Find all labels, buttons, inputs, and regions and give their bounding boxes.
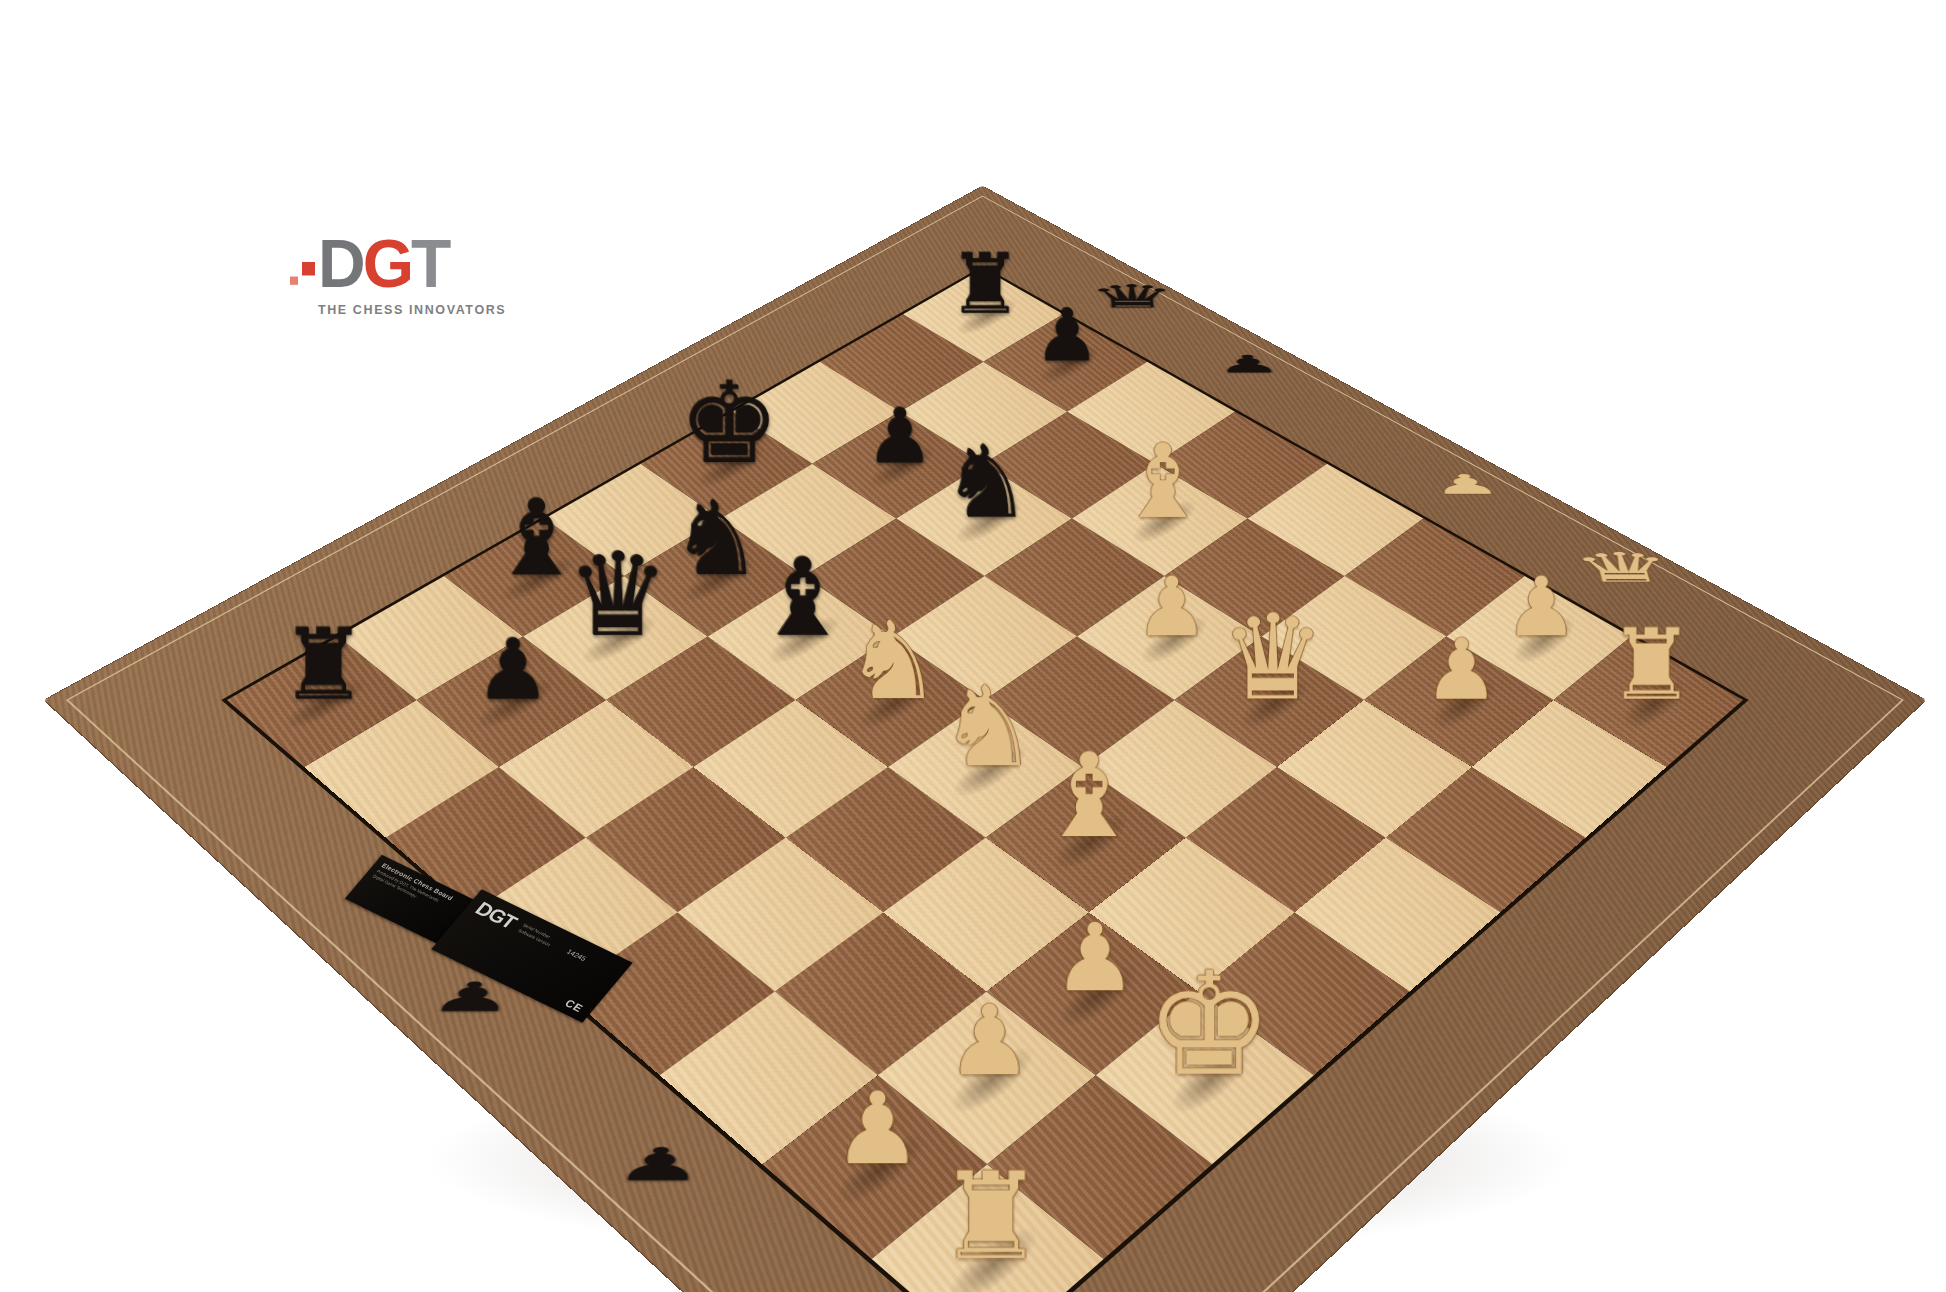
square-e2[interactable] [1186,767,1386,912]
white-pawn-b2[interactable]: ♟ [946,992,1033,1089]
white-pawn-a2[interactable]: ♟ [833,1079,922,1179]
captured-black-pawn[interactable]: ♟ [612,1142,706,1188]
square-a8[interactable]: ♜ [227,636,417,767]
square-h1[interactable]: ♜ [1554,636,1744,767]
white-rook-h1[interactable]: ♜ [1608,616,1696,714]
product-photo-page: DGT THE CHESS INNOVATORS ♜♝♚♜♟♛♞♟♟♝♞♞♝♞♟… [0,0,1946,1292]
white-pawn-f4[interactable]: ♟ [1135,566,1208,648]
white-bishop-d3[interactable]: ♝ [1037,738,1141,854]
white-pawn-c2[interactable]: ♟ [1053,911,1137,1005]
board-scene: ♜♝♚♜♟♛♞♟♟♝♞♞♝♞♟♝♛♟♟♟♟♟♜♚♜ ♛♟♟♛♟♟ [0,0,1946,1292]
white-knight-d5[interactable]: ♞ [845,607,942,715]
white-queen-f3[interactable]: ♛ [1220,598,1326,716]
board-frame: ♜♝♚♜♟♛♞♟♟♝♞♞♝♞♟♝♛♟♟♟♟♟♜♚♜ ♛♟♟♛♟♟ [45,186,1926,1292]
white-rook-a1[interactable]: ♜ [937,1156,1045,1276]
black-bishop-d6[interactable]: ♝ [755,544,851,651]
white-pawn-h2[interactable]: ♟ [1505,566,1578,648]
spare-black-queen[interactable]: ♛ [1087,280,1178,312]
square-f1[interactable] [1386,767,1586,912]
spare-white-queen[interactable]: ♛ [1567,547,1678,588]
captured-white-pawn[interactable]: ♟ [1429,471,1504,498]
black-knight-d7[interactable]: ♞ [671,488,763,591]
black-pawn-f7[interactable]: ♟ [866,398,934,474]
black-rook-a8[interactable]: ♜ [280,616,368,714]
white-king-c1[interactable]: ♚ [1145,953,1273,1096]
black-king-e8[interactable]: ♚ [679,367,780,479]
black-rook-h8[interactable]: ♜ [948,243,1022,326]
black-pawn-b7[interactable]: ♟ [476,628,551,712]
white-pawn-g2[interactable]: ♟ [1424,628,1499,712]
board-grid: ♜♝♚♜♟♛♞♟♟♝♞♞♝♞♟♝♛♟♟♟♟♟♜♚♜ [227,269,1743,1292]
black-queen-c7[interactable]: ♛ [567,537,670,652]
square-e1[interactable] [1295,838,1501,992]
white-knight-d4[interactable]: ♞ [939,672,1039,783]
ce-mark: CE [563,997,586,1014]
white-bishop-g5[interactable]: ♝ [1117,431,1209,533]
playing-area-border: ♜♝♚♜♟♛♞♟♟♝♞♞♝♞♟♝♛♟♟♟♟♟♜♚♜ [221,266,1748,1292]
plate-serial-number: 14245 [566,948,588,962]
captured-black-pawn[interactable]: ♟ [1215,352,1283,376]
black-knight-f6[interactable]: ♞ [942,432,1032,532]
chess-board: ♜♝♚♜♟♛♞♟♟♝♞♞♝♞♟♝♛♟♟♟♟♟♜♚♜ ♛♟♟♛♟♟ [45,186,1926,1292]
